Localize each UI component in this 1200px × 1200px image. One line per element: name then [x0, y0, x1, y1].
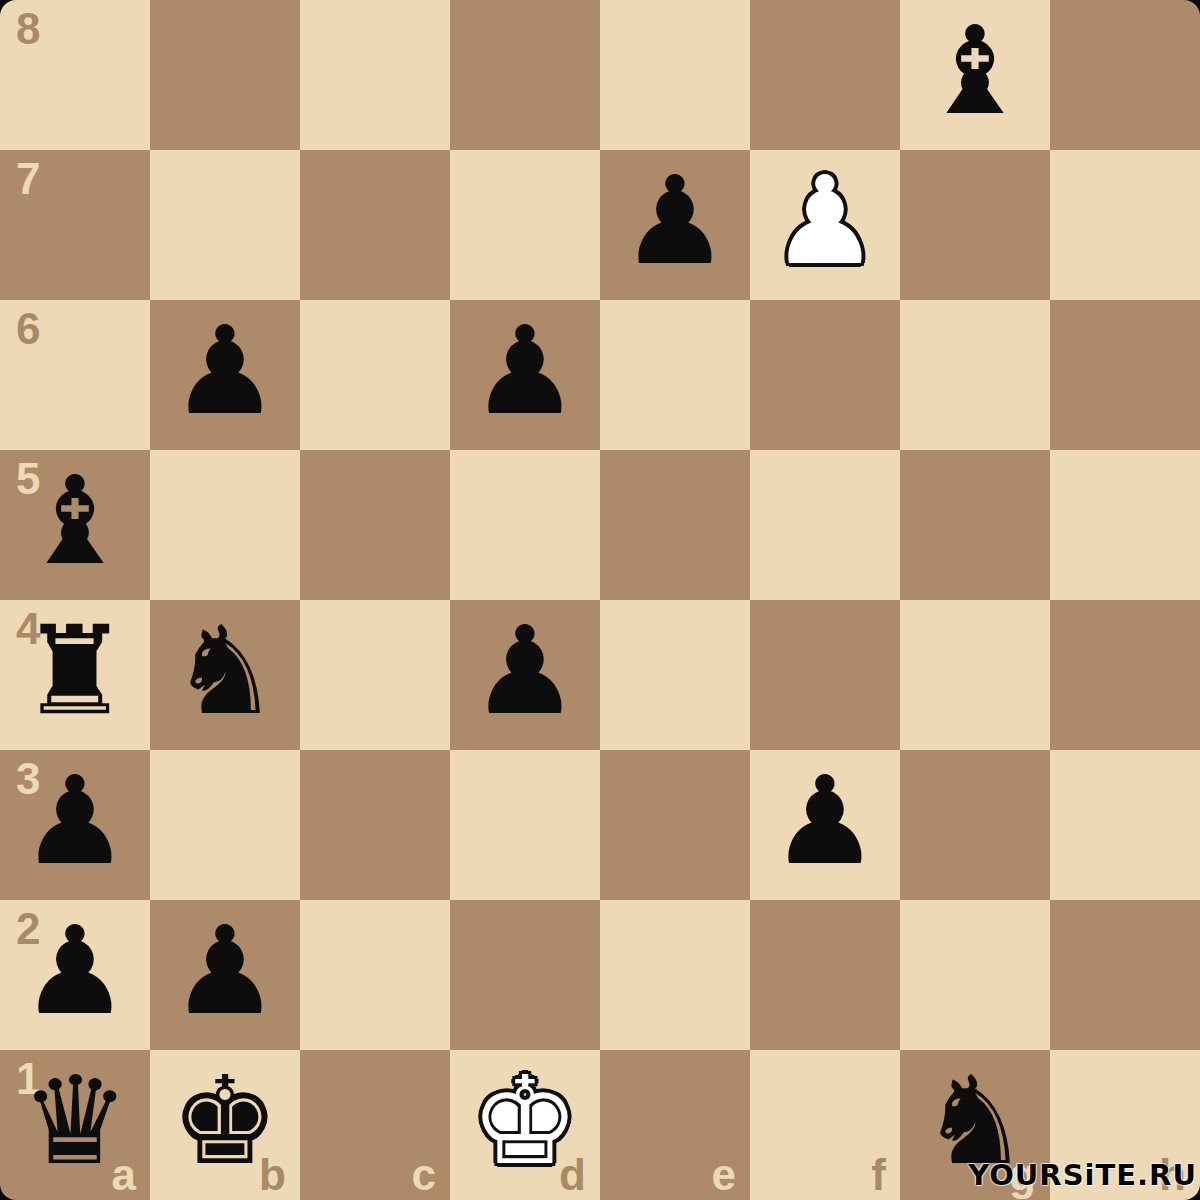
square-f6[interactable] [750, 300, 900, 450]
square-e5[interactable] [600, 450, 750, 600]
watermark-text: YOURSiTE.RU [968, 1158, 1197, 1192]
black-pawn-d6[interactable]: ♟ [470, 310, 579, 432]
square-h2[interactable] [1050, 900, 1200, 1050]
black-pawn-b2[interactable]: ♟ [170, 910, 279, 1032]
square-h8[interactable] [1050, 0, 1200, 150]
square-f8[interactable] [750, 0, 900, 150]
square-f1[interactable]: f [750, 1050, 900, 1200]
square-e1[interactable]: e [600, 1050, 750, 1200]
square-g8[interactable]: ♝ [900, 0, 1050, 150]
square-d1[interactable]: d♚ [450, 1050, 600, 1200]
square-h6[interactable] [1050, 300, 1200, 450]
square-e7[interactable]: ♟ [600, 150, 750, 300]
square-b5[interactable] [150, 450, 300, 600]
square-a4[interactable]: 4♜ [0, 600, 150, 750]
square-h3[interactable] [1050, 750, 1200, 900]
square-f5[interactable] [750, 450, 900, 600]
square-e6[interactable] [600, 300, 750, 450]
black-bishop-g8[interactable]: ♝ [920, 10, 1029, 132]
black-bishop-a5[interactable]: ♝ [20, 460, 129, 582]
square-c4[interactable] [300, 600, 450, 750]
square-g7[interactable] [900, 150, 1050, 300]
file-label-f: f [871, 1150, 886, 1200]
black-pawn-b6[interactable]: ♟ [170, 310, 279, 432]
square-g5[interactable] [900, 450, 1050, 600]
square-d6[interactable]: ♟ [450, 300, 600, 450]
square-e2[interactable] [600, 900, 750, 1050]
rank-label-8: 8 [16, 4, 40, 54]
square-e3[interactable] [600, 750, 750, 900]
square-b2[interactable]: ♟ [150, 900, 300, 1050]
file-label-e: e [712, 1150, 736, 1200]
white-king-d1[interactable]: ♚ [470, 1060, 579, 1182]
square-b6[interactable]: ♟ [150, 300, 300, 450]
square-b1[interactable]: b♚ [150, 1050, 300, 1200]
black-king-b1[interactable]: ♚ [170, 1060, 279, 1182]
square-b8[interactable] [150, 0, 300, 150]
black-pawn-d4[interactable]: ♟ [470, 610, 579, 732]
square-a2[interactable]: 2♟ [0, 900, 150, 1050]
square-a6[interactable]: 6 [0, 300, 150, 450]
black-pawn-a3[interactable]: ♟ [20, 760, 129, 882]
square-a1[interactable]: 1a♛ [0, 1050, 150, 1200]
square-f3[interactable]: ♟ [750, 750, 900, 900]
square-e8[interactable] [600, 0, 750, 150]
square-g6[interactable] [900, 300, 1050, 450]
square-g4[interactable] [900, 600, 1050, 750]
square-f4[interactable] [750, 600, 900, 750]
square-c2[interactable] [300, 900, 450, 1050]
square-d5[interactable] [450, 450, 600, 600]
square-h5[interactable] [1050, 450, 1200, 600]
file-label-c: c [412, 1150, 436, 1200]
square-c1[interactable]: c [300, 1050, 450, 1200]
square-e4[interactable] [600, 600, 750, 750]
square-a3[interactable]: 3♟ [0, 750, 150, 900]
square-c3[interactable] [300, 750, 450, 900]
square-d4[interactable]: ♟ [450, 600, 600, 750]
square-f2[interactable] [750, 900, 900, 1050]
square-b3[interactable] [150, 750, 300, 900]
square-a7[interactable]: 7 [0, 150, 150, 300]
black-pawn-f3[interactable]: ♟ [770, 760, 879, 882]
square-b7[interactable] [150, 150, 300, 300]
black-pawn-a2[interactable]: ♟ [20, 910, 129, 1032]
square-f7[interactable]: ♟ [750, 150, 900, 300]
rank-label-6: 6 [16, 304, 40, 354]
square-d2[interactable] [450, 900, 600, 1050]
square-d8[interactable] [450, 0, 600, 150]
square-d7[interactable] [450, 150, 600, 300]
black-rook-a4[interactable]: ♜ [20, 610, 129, 732]
square-h7[interactable] [1050, 150, 1200, 300]
square-c8[interactable] [300, 0, 450, 150]
rank-label-7: 7 [16, 154, 40, 204]
square-c5[interactable] [300, 450, 450, 600]
square-g2[interactable] [900, 900, 1050, 1050]
square-c6[interactable] [300, 300, 450, 450]
square-a8[interactable]: 8 [0, 0, 150, 150]
square-b4[interactable]: ♞ [150, 600, 300, 750]
chess-board: 8♝7♟♟6♟♟5♝4♜♞♟3♟♟2♟♟1a♛b♚cd♚efg♞h [0, 0, 1200, 1200]
square-g3[interactable] [900, 750, 1050, 900]
black-pawn-e7[interactable]: ♟ [620, 160, 729, 282]
black-queen-a1[interactable]: ♛ [20, 1060, 129, 1182]
square-d3[interactable] [450, 750, 600, 900]
square-a5[interactable]: 5♝ [0, 450, 150, 600]
square-c7[interactable] [300, 150, 450, 300]
square-h4[interactable] [1050, 600, 1200, 750]
white-pawn-f7[interactable]: ♟ [770, 160, 879, 282]
black-knight-b4[interactable]: ♞ [170, 610, 279, 732]
chessboard-screenshot: 8♝7♟♟6♟♟5♝4♜♞♟3♟♟2♟♟1a♛b♚cd♚efg♞h YOURSi… [0, 0, 1200, 1200]
